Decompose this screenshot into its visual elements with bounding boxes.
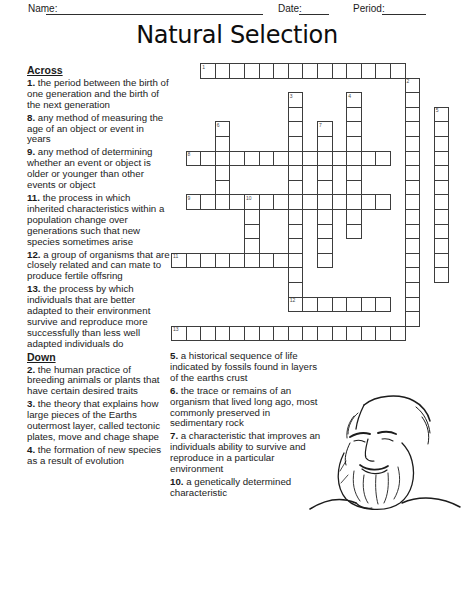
worksheet-page: Name: Date: Period: Natural Selection Ac… xyxy=(0,0,474,613)
grid-cell-r18c10[interactable] xyxy=(317,326,333,342)
cell-number-10: 10 xyxy=(246,195,252,201)
clue-down-7: 7. a characteristic that improves an ind… xyxy=(170,431,321,475)
grid-cell-r0c2[interactable]: 1 xyxy=(200,63,216,79)
grid-cell-r8c16[interactable] xyxy=(405,180,421,196)
grid-cell-r6c5[interactable] xyxy=(244,151,260,167)
grid-cell-r4c18[interactable] xyxy=(434,121,450,137)
clue-down-6: 6. the trace or remains of an organism t… xyxy=(170,386,321,430)
grid-cell-r13c3[interactable] xyxy=(215,253,231,269)
grid-cell-r3c8[interactable] xyxy=(288,107,304,123)
grid-cell-r4c12[interactable] xyxy=(346,121,362,137)
grid-cell-r16c10[interactable] xyxy=(317,297,333,313)
grid-cell-r8c8[interactable] xyxy=(288,180,304,196)
clue-across-1: 1. the period between the birth of one g… xyxy=(27,78,170,111)
grid-cell-r0c13[interactable] xyxy=(361,63,377,79)
grid-cell-r18c6[interactable] xyxy=(259,326,275,342)
grid-cell-r13c1[interactable] xyxy=(186,253,202,269)
clue-down-2: 2. the human practice of breeding animal… xyxy=(27,365,170,398)
cell-number-12: 12 xyxy=(290,297,296,303)
period-blank-line[interactable] xyxy=(382,14,426,15)
grid-cell-r10c8[interactable] xyxy=(288,209,304,225)
grid-cell-r11c18[interactable] xyxy=(434,224,450,240)
grid-cell-r18c14[interactable] xyxy=(375,326,391,342)
grid-cell-r11c8[interactable] xyxy=(288,224,304,240)
cell-number-2: 2 xyxy=(407,78,410,84)
clue-text: the period between the birth of one gene… xyxy=(27,77,169,110)
grid-cell-r9c5[interactable]: 10 xyxy=(244,194,260,210)
grid-cell-r9c12[interactable] xyxy=(346,194,362,210)
grid-cell-r14c16[interactable] xyxy=(405,267,421,283)
grid-cell-r0c12[interactable] xyxy=(346,63,362,79)
grid-cell-r6c16[interactable] xyxy=(405,151,421,167)
clue-number: 10. xyxy=(170,476,186,487)
grid-cell-r6c6[interactable] xyxy=(259,151,275,167)
clue-down-5: 5. a historical sequence of life indicat… xyxy=(170,351,321,384)
grid-cell-r0c6[interactable] xyxy=(259,63,275,79)
grid-cell-r18c3[interactable] xyxy=(215,326,231,342)
grid-cell-r16c12[interactable] xyxy=(346,297,362,313)
cell-number-3: 3 xyxy=(290,93,293,99)
clue-number: 9. xyxy=(27,146,38,157)
grid-cell-r0c10[interactable] xyxy=(317,63,333,79)
grid-cell-r0c9[interactable] xyxy=(302,63,318,79)
grid-cell-r18c5[interactable] xyxy=(244,326,260,342)
grid-cell-r0c7[interactable] xyxy=(273,63,289,79)
grid-cell-r6c13[interactable] xyxy=(361,151,377,167)
grid-cell-r13c8[interactable] xyxy=(288,253,304,269)
grid-cell-r6c4[interactable] xyxy=(229,151,245,167)
grid-cell-r16c13[interactable] xyxy=(361,297,377,313)
cell-number-4: 4 xyxy=(348,93,351,99)
grid-cell-r3c16[interactable] xyxy=(405,107,421,123)
grid-cell-r6c14[interactable] xyxy=(375,151,391,167)
across-heading: Across xyxy=(27,65,170,76)
clue-across-12: 12. a group of organisms that are closel… xyxy=(27,250,170,283)
cell-number-7: 7 xyxy=(319,122,322,128)
date-blank-line[interactable] xyxy=(299,14,329,15)
grid-cell-r18c0[interactable]: 13 xyxy=(171,326,187,342)
clue-number: 11. xyxy=(27,192,43,203)
grid-cell-r9c3[interactable] xyxy=(215,194,231,210)
grid-cell-r13c5[interactable] xyxy=(244,253,260,269)
cell-number-13: 13 xyxy=(173,326,179,332)
grid-cell-r0c15[interactable] xyxy=(390,63,406,79)
grid-cell-r5c3[interactable] xyxy=(215,136,231,152)
grid-cell-r9c16[interactable] xyxy=(405,194,421,210)
grid-cell-r6c1[interactable]: 8 xyxy=(186,151,202,167)
grid-cell-r9c1[interactable]: 9 xyxy=(186,194,202,210)
clue-down-3: 3. the theory that explains how large pi… xyxy=(27,399,170,443)
clue-across-9: 9. any method of determining whether an … xyxy=(27,147,170,191)
grid-cell-r16c14[interactable] xyxy=(375,297,391,313)
clue-across-13: 13. the process by which individuals tha… xyxy=(27,284,170,349)
grid-cell-r9c2[interactable] xyxy=(200,194,216,210)
grid-cell-r9c9[interactable] xyxy=(302,194,318,210)
grid-cell-r11c16[interactable] xyxy=(405,224,421,240)
grid-cell-r12c8[interactable] xyxy=(288,238,304,254)
grid-cell-r15c16[interactable] xyxy=(405,282,421,298)
grid-cell-r9c8[interactable] xyxy=(288,194,304,210)
clue-number: 4. xyxy=(27,444,38,455)
grid-cell-r7c8[interactable] xyxy=(288,165,304,181)
grid-cell-r0c3[interactable] xyxy=(215,63,231,79)
grid-cell-r13c16[interactable] xyxy=(405,253,421,269)
grid-cell-r13c4[interactable] xyxy=(229,253,245,269)
grid-cell-r0c14[interactable] xyxy=(375,63,391,79)
grid-cell-r9c14[interactable] xyxy=(375,194,391,210)
grid-cell-r2c8[interactable]: 3 xyxy=(288,92,304,108)
grid-cell-r18c4[interactable] xyxy=(229,326,245,342)
grid-cell-r5c8[interactable] xyxy=(288,136,304,152)
clue-number: 1. xyxy=(27,77,38,88)
clue-text: the process by which individuals that ar… xyxy=(27,283,150,349)
grid-cell-r4c3[interactable]: 6 xyxy=(215,121,231,137)
clue-text: the theory that explains how large piece… xyxy=(27,398,160,442)
grid-cell-r12c16[interactable] xyxy=(405,238,421,254)
grid-cell-r0c5[interactable] xyxy=(244,63,260,79)
grid-cell-r18c13[interactable] xyxy=(361,326,377,342)
darwin-sketch-icon xyxy=(302,391,470,513)
grid-cell-r9c7[interactable] xyxy=(273,194,289,210)
grid-cell-r3c18[interactable]: 5 xyxy=(434,107,450,123)
clue-across-11: 11. the process in which inherited chara… xyxy=(27,193,170,248)
grid-cell-r6c10[interactable] xyxy=(317,151,333,167)
grid-cell-r10c10[interactable] xyxy=(317,209,333,225)
clue-number: 7. xyxy=(170,430,181,441)
grid-cell-r13c7[interactable] xyxy=(273,253,289,269)
grid-cell-r0c11[interactable] xyxy=(332,63,348,79)
clue-number: 13. xyxy=(27,283,43,294)
grid-cell-r5c18[interactable] xyxy=(434,136,450,152)
grid-cell-r6c3[interactable] xyxy=(215,151,231,167)
grid-cell-r9c4[interactable] xyxy=(229,194,245,210)
grid-cell-r7c16[interactable] xyxy=(405,165,421,181)
clue-text: a historical sequence of life indicated … xyxy=(170,350,317,383)
clue-text: any method of determining whether an eve… xyxy=(27,146,153,190)
grid-cell-r10c12[interactable] xyxy=(346,209,362,225)
grid-cell-r4c8[interactable] xyxy=(288,121,304,137)
grid-cell-r18c15[interactable] xyxy=(390,326,406,342)
clue-number: 3. xyxy=(27,398,38,409)
grid-cell-r10c16[interactable] xyxy=(405,209,421,225)
grid-cell-r13c6[interactable] xyxy=(259,253,275,269)
grid-cell-r2c12[interactable]: 4 xyxy=(346,92,362,108)
cell-number-5: 5 xyxy=(436,107,439,113)
down-heading: Down xyxy=(27,352,170,363)
grid-cell-r18c11[interactable] xyxy=(332,326,348,342)
period-label: Period: xyxy=(353,3,385,14)
grid-cell-r11c12[interactable] xyxy=(346,224,362,240)
grid-cell-r12c18[interactable] xyxy=(434,238,450,254)
grid-cell-r15c8[interactable] xyxy=(288,282,304,298)
grid-cell-r10c18[interactable] xyxy=(434,209,450,225)
cell-number-11: 11 xyxy=(173,253,178,259)
grid-cell-r18c12[interactable] xyxy=(346,326,362,342)
grid-cell-r14c8[interactable] xyxy=(288,267,304,283)
name-label: Name: xyxy=(28,3,57,14)
clue-across-8: 8. any method of measuring the age of an… xyxy=(27,113,170,146)
clues-column-left: Across1. the period between the birth of… xyxy=(27,65,170,469)
cell-number-6: 6 xyxy=(217,122,220,128)
grid-cell-r7c3[interactable] xyxy=(215,165,231,181)
grid-cell-r18c2[interactable] xyxy=(200,326,216,342)
cell-number-1: 1 xyxy=(202,64,205,70)
grid-cell-r18c1[interactable] xyxy=(186,326,202,342)
grid-cell-r7c12[interactable] xyxy=(346,165,362,181)
grid-cell-r16c8[interactable]: 12 xyxy=(288,297,304,313)
grid-cell-r0c8[interactable] xyxy=(288,63,304,79)
grid-cell-r6c18[interactable] xyxy=(434,151,450,167)
grid-cell-r0c4[interactable] xyxy=(229,63,245,79)
clues-column-right: 5. a historical sequence of life indicat… xyxy=(170,351,321,501)
clue-down-10: 10. a genetically determined characteris… xyxy=(170,477,321,499)
grid-cell-r6c12[interactable] xyxy=(346,151,362,167)
grid-cell-r5c12[interactable] xyxy=(346,136,362,152)
grid-cell-r12c5[interactable] xyxy=(244,238,260,254)
grid-cell-r8c12[interactable] xyxy=(346,180,362,196)
clue-number: 6. xyxy=(170,385,181,396)
clue-text: any method of measuring the age of an ob… xyxy=(27,112,163,145)
grid-cell-r14c18[interactable] xyxy=(434,267,450,283)
grid-cell-r9c13[interactable] xyxy=(361,194,377,210)
clue-text: a characteristic that improves an indivi… xyxy=(170,430,320,474)
grid-cell-r6c9[interactable] xyxy=(302,151,318,167)
grid-cell-r6c8[interactable] xyxy=(288,151,304,167)
clue-text: the process in which inherited character… xyxy=(27,192,164,247)
grid-cell-r16c16[interactable] xyxy=(405,297,421,313)
grid-cell-r12c10[interactable] xyxy=(317,238,333,254)
grid-cell-r9c11[interactable] xyxy=(332,194,348,210)
grid-cell-r11c5[interactable] xyxy=(244,224,260,240)
grid-cell-r8c10[interactable] xyxy=(317,180,333,196)
grid-cell-r7c10[interactable] xyxy=(317,165,333,181)
grid-cell-r18c7[interactable] xyxy=(273,326,289,342)
grid-cell-r16c11[interactable] xyxy=(332,297,348,313)
grid-cell-r7c18[interactable] xyxy=(434,165,450,181)
cell-number-9: 9 xyxy=(188,195,191,201)
grid-cell-r18c9[interactable] xyxy=(302,326,318,342)
grid-cell-r4c10[interactable]: 7 xyxy=(317,121,333,137)
clue-number: 12. xyxy=(27,249,43,260)
grid-cell-r6c11[interactable] xyxy=(332,151,348,167)
grid-cell-r5c16[interactable] xyxy=(405,136,421,152)
grid-cell-r13c0[interactable]: 11 xyxy=(171,253,187,269)
grid-cell-r3c12[interactable] xyxy=(346,107,362,123)
clue-number: 5. xyxy=(170,350,181,361)
grid-cell-r11c10[interactable] xyxy=(317,224,333,240)
grid-cell-r1c16[interactable]: 2 xyxy=(405,78,421,94)
clue-text: a group of organisms that are closely re… xyxy=(27,249,170,282)
date-label: Date: xyxy=(278,3,302,14)
grid-cell-r10c5[interactable] xyxy=(244,209,260,225)
grid-cell-r8c18[interactable] xyxy=(434,180,450,196)
grid-cell-r17c16[interactable] xyxy=(405,311,421,327)
crossword-grid: 12345678910111213 xyxy=(171,63,451,343)
grid-cell-r4c16[interactable] xyxy=(405,121,421,137)
clue-number: 2. xyxy=(27,364,38,375)
grid-cell-r2c16[interactable] xyxy=(405,92,421,108)
grid-cell-r18c8[interactable] xyxy=(288,326,304,342)
clue-down-4: 4. the formation of new species as a res… xyxy=(27,445,170,467)
grid-cell-r13c2[interactable] xyxy=(200,253,216,269)
clue-text: the trace or remains of an organism that… xyxy=(170,385,318,429)
grid-cell-r9c10[interactable] xyxy=(317,194,333,210)
cell-number-8: 8 xyxy=(188,151,191,157)
grid-cell-r6c2[interactable] xyxy=(200,151,216,167)
name-blank-line[interactable] xyxy=(46,14,263,15)
grid-cell-r6c7[interactable] xyxy=(273,151,289,167)
grid-cell-r16c9[interactable] xyxy=(302,297,318,313)
page-title: Natural Selection xyxy=(0,21,474,49)
grid-cell-r13c18[interactable] xyxy=(434,253,450,269)
clue-text: the human practice of breeding animals o… xyxy=(27,364,159,397)
grid-cell-r9c18[interactable] xyxy=(434,194,450,210)
clue-text: a genetically determined characteristic xyxy=(170,476,291,498)
grid-cell-r13c10[interactable] xyxy=(317,253,333,269)
grid-cell-r8c3[interactable] xyxy=(215,180,231,196)
grid-cell-r5c10[interactable] xyxy=(317,136,333,152)
grid-cell-r9c6[interactable] xyxy=(259,194,275,210)
clue-text: the formation of new species as a result… xyxy=(27,444,161,466)
clue-number: 8. xyxy=(27,112,38,123)
